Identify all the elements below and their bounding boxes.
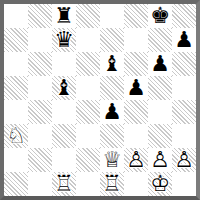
- square-d4[interactable]: [76, 100, 100, 124]
- square-f1[interactable]: [124, 172, 148, 196]
- square-e2[interactable]: ♕: [100, 148, 124, 172]
- white-knight-icon: ♘: [6, 124, 26, 148]
- square-a1[interactable]: [4, 172, 28, 196]
- square-a2[interactable]: [4, 148, 28, 172]
- black-pawn-icon: ♟: [174, 28, 194, 52]
- square-h6[interactable]: [172, 52, 196, 76]
- square-g4[interactable]: [148, 100, 172, 124]
- board-grid: ♜♚♛♟♝♟♝♟♟♘♕♙♙♙♖♖♔: [4, 4, 196, 196]
- square-c6[interactable]: [52, 52, 76, 76]
- black-king-icon: ♚: [150, 4, 170, 28]
- square-g3[interactable]: [148, 124, 172, 148]
- square-d1[interactable]: [76, 172, 100, 196]
- white-pawn-icon: ♙: [174, 148, 194, 172]
- square-d6[interactable]: [76, 52, 100, 76]
- square-d3[interactable]: [76, 124, 100, 148]
- black-bishop-icon: ♝: [54, 76, 74, 100]
- square-a3[interactable]: ♘: [4, 124, 28, 148]
- square-b2[interactable]: [28, 148, 52, 172]
- square-b4[interactable]: [28, 100, 52, 124]
- square-e5[interactable]: [100, 76, 124, 100]
- square-a4[interactable]: [4, 100, 28, 124]
- square-e1[interactable]: ♖: [100, 172, 124, 196]
- square-a5[interactable]: [4, 76, 28, 100]
- white-pawn-icon: ♙: [150, 148, 170, 172]
- square-d5[interactable]: [76, 76, 100, 100]
- black-rook-icon: ♜: [54, 4, 74, 28]
- square-h3[interactable]: [172, 124, 196, 148]
- square-e4[interactable]: ♟: [100, 100, 124, 124]
- square-f8[interactable]: [124, 4, 148, 28]
- chess-board-frame: ♜♚♛♟♝♟♝♟♟♘♕♙♙♙♖♖♔: [0, 0, 200, 200]
- square-b1[interactable]: [28, 172, 52, 196]
- square-a8[interactable]: [4, 4, 28, 28]
- black-pawn-icon: ♟: [150, 52, 170, 76]
- square-c5[interactable]: ♝: [52, 76, 76, 100]
- black-pawn-icon: ♟: [102, 100, 122, 124]
- square-e8[interactable]: [100, 4, 124, 28]
- white-rook-icon: ♖: [102, 172, 122, 196]
- white-pawn-icon: ♙: [126, 148, 146, 172]
- square-b7[interactable]: [28, 28, 52, 52]
- square-h4[interactable]: [172, 100, 196, 124]
- square-g8[interactable]: ♚: [148, 4, 172, 28]
- square-a7[interactable]: [4, 28, 28, 52]
- square-d7[interactable]: [76, 28, 100, 52]
- square-c8[interactable]: ♜: [52, 4, 76, 28]
- black-queen-icon: ♛: [54, 28, 74, 52]
- square-c7[interactable]: ♛: [52, 28, 76, 52]
- square-b6[interactable]: [28, 52, 52, 76]
- square-h5[interactable]: [172, 76, 196, 100]
- square-f6[interactable]: [124, 52, 148, 76]
- square-e6[interactable]: ♝: [100, 52, 124, 76]
- square-f4[interactable]: [124, 100, 148, 124]
- square-b3[interactable]: [28, 124, 52, 148]
- square-f5[interactable]: ♟: [124, 76, 148, 100]
- square-e3[interactable]: [100, 124, 124, 148]
- square-b8[interactable]: [28, 4, 52, 28]
- square-c2[interactable]: [52, 148, 76, 172]
- square-h1[interactable]: [172, 172, 196, 196]
- square-d2[interactable]: [76, 148, 100, 172]
- white-rook-icon: ♖: [54, 172, 74, 196]
- square-a6[interactable]: [4, 52, 28, 76]
- white-king-icon: ♔: [150, 172, 170, 196]
- square-b5[interactable]: [28, 76, 52, 100]
- square-g6[interactable]: ♟: [148, 52, 172, 76]
- square-h8[interactable]: [172, 4, 196, 28]
- square-c3[interactable]: [52, 124, 76, 148]
- square-f3[interactable]: [124, 124, 148, 148]
- square-f2[interactable]: ♙: [124, 148, 148, 172]
- square-g2[interactable]: ♙: [148, 148, 172, 172]
- square-c4[interactable]: [52, 100, 76, 124]
- white-queen-icon: ♕: [102, 148, 122, 172]
- black-pawn-icon: ♟: [126, 76, 146, 100]
- square-e7[interactable]: [100, 28, 124, 52]
- square-h7[interactable]: ♟: [172, 28, 196, 52]
- square-h2[interactable]: ♙: [172, 148, 196, 172]
- square-g1[interactable]: ♔: [148, 172, 172, 196]
- black-bishop-icon: ♝: [102, 52, 122, 76]
- square-c1[interactable]: ♖: [52, 172, 76, 196]
- square-f7[interactable]: [124, 28, 148, 52]
- square-g5[interactable]: [148, 76, 172, 100]
- square-g7[interactable]: [148, 28, 172, 52]
- square-d8[interactable]: [76, 4, 100, 28]
